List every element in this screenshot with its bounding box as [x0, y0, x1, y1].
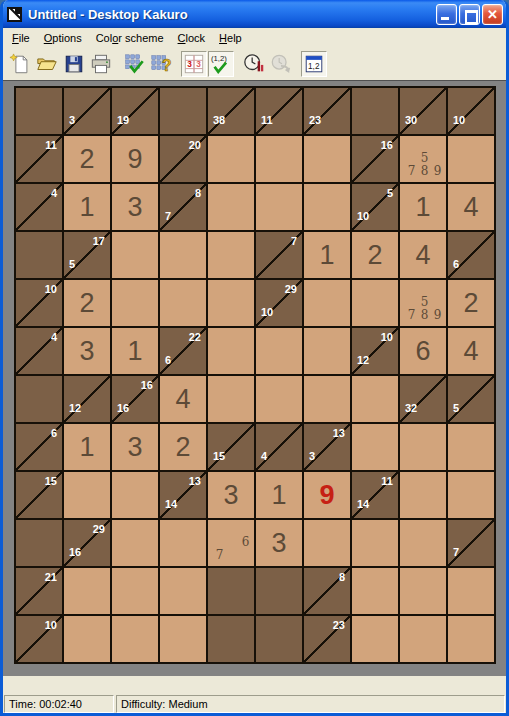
cell-r2c5[interactable]	[207, 135, 255, 183]
cell-r3c5[interactable]	[207, 183, 255, 231]
cell-r12c5	[207, 615, 255, 663]
check-pencil-marks-icon: (1,2)	[210, 53, 232, 75]
cell-r2c7[interactable]	[303, 135, 351, 183]
pencil-mark: 6	[239, 536, 252, 549]
cell-r9c5[interactable]: 3	[207, 471, 255, 519]
cell-r7c3: 1616	[111, 375, 159, 423]
across-clue: 16	[141, 380, 153, 391]
across-clue: 13	[189, 476, 201, 487]
open-button[interactable]	[34, 51, 60, 77]
cell-r3c1: 4	[15, 183, 63, 231]
across-clue: 5	[387, 188, 393, 199]
entry-digit: 6	[415, 338, 430, 365]
cell-r5c5[interactable]	[207, 279, 255, 327]
pencil-mark: 8	[418, 165, 431, 178]
entry-digit: 2	[79, 146, 94, 173]
cell-r9c9[interactable]	[399, 471, 447, 519]
cell-r8c9[interactable]	[399, 423, 447, 471]
print-icon	[90, 53, 112, 75]
hint-button[interactable]: ?	[148, 51, 174, 77]
across-clue: 10	[381, 332, 393, 343]
down-clue: 5	[69, 259, 75, 270]
entry-digit: 4	[463, 194, 478, 221]
down-clue: 30	[405, 115, 417, 126]
cell-r6c10[interactable]: 4	[447, 327, 495, 375]
clock-reset-button	[268, 51, 294, 77]
cell-r5c4[interactable]	[159, 279, 207, 327]
pencil-mark: 9	[431, 309, 444, 322]
across-clue: 4	[51, 332, 57, 343]
cell-r5c2[interactable]: 2	[63, 279, 111, 327]
cell-r8c5: 15	[207, 423, 255, 471]
pencil-mark: 8	[418, 309, 431, 322]
cell-r4c6: 7	[255, 231, 303, 279]
across-clue: 15	[45, 476, 57, 487]
close-button[interactable]	[482, 4, 503, 25]
cell-r1c9: 30	[399, 87, 447, 135]
save-icon	[63, 53, 85, 75]
across-clue: 11	[381, 476, 393, 487]
across-clue: 21	[45, 572, 57, 583]
cell-r7c9: 32	[399, 375, 447, 423]
cell-r1c10: 10	[447, 87, 495, 135]
cell-r6c6[interactable]	[255, 327, 303, 375]
cell-r7c10: 5	[447, 375, 495, 423]
toolbar: ?33(1,2)1,2	[3, 47, 506, 80]
menu-help[interactable]: Help	[212, 30, 249, 46]
cell-r11c10[interactable]	[447, 567, 495, 615]
cell-r8c10[interactable]	[447, 423, 495, 471]
cell-r9c6[interactable]: 1	[255, 471, 303, 519]
entry-digit: 2	[175, 434, 190, 461]
entry-digit: 4	[415, 242, 430, 269]
cell-r10c3[interactable]	[111, 519, 159, 567]
cell-r11c5	[207, 567, 255, 615]
svg-text:?: ?	[162, 57, 172, 74]
down-clue: 32	[405, 403, 417, 414]
check-puzzle-icon	[123, 53, 145, 75]
cell-r7c5[interactable]	[207, 375, 255, 423]
cell-r10c7[interactable]	[303, 519, 351, 567]
entry-digit: 2	[79, 290, 94, 317]
cell-r4c9[interactable]: 4	[399, 231, 447, 279]
pencil-mark: 9	[431, 165, 444, 178]
clock-reset-icon	[270, 53, 292, 75]
across-clue: 22	[189, 332, 201, 343]
cell-r9c8: 1114	[351, 471, 399, 519]
svg-text:1,2: 1,2	[308, 62, 320, 71]
show-wrong-entries-icon: 33	[183, 53, 205, 75]
pencil-mark: 7	[405, 309, 418, 322]
cell-r12c7: 23	[303, 615, 351, 663]
check-puzzle-button[interactable]	[121, 51, 147, 77]
down-clue: 10	[453, 115, 465, 126]
show-pencil-marks-button[interactable]: 1,2	[301, 51, 327, 77]
across-clue: 7	[291, 236, 297, 247]
cell-r2c1: 11	[15, 135, 63, 183]
cell-r9c10[interactable]	[447, 471, 495, 519]
new-button[interactable]	[7, 51, 33, 77]
cell-r10c4[interactable]	[159, 519, 207, 567]
cell-r2c8: 16	[351, 135, 399, 183]
cell-r1c5: 38	[207, 87, 255, 135]
cell-r5c9[interactable]: 5789	[399, 279, 447, 327]
entry-digit: 2	[367, 242, 382, 269]
maximize-button[interactable]	[459, 4, 480, 25]
across-clue: 8	[339, 572, 345, 583]
cell-r4c4[interactable]	[159, 231, 207, 279]
down-clue: 12	[69, 403, 81, 414]
cell-r10c6[interactable]: 3	[255, 519, 303, 567]
cell-r3c3[interactable]: 3	[111, 183, 159, 231]
cell-r1c3: 19	[111, 87, 159, 135]
clock-button[interactable]	[241, 51, 267, 77]
down-clue: 11	[261, 115, 273, 126]
entry-digit: 2	[463, 290, 478, 317]
cell-r3c10[interactable]: 4	[447, 183, 495, 231]
entry-digit: 1	[79, 434, 94, 461]
cell-r6c4: 226	[159, 327, 207, 375]
entry-digit: 4	[175, 386, 190, 413]
window-title: Untitled - Desktop Kakuro	[28, 7, 436, 22]
statusbar-spacer	[3, 676, 506, 695]
across-clue: 20	[189, 140, 201, 151]
cell-r11c8[interactable]	[351, 567, 399, 615]
cell-r5c6: 2910	[255, 279, 303, 327]
cell-r12c10[interactable]	[447, 615, 495, 663]
cell-r8c3[interactable]: 3	[111, 423, 159, 471]
statusbar: Time: 00:02:40 Difficulty: Medium	[3, 695, 506, 713]
cell-r2c10[interactable]	[447, 135, 495, 183]
menu-clock[interactable]: Clock	[171, 30, 213, 46]
entry-digit: 1	[127, 338, 142, 365]
cell-r3c7[interactable]	[303, 183, 351, 231]
cell-r1c2: 3	[63, 87, 111, 135]
cell-r12c3[interactable]	[111, 615, 159, 663]
menu-color-scheme[interactable]: Color scheme	[89, 30, 171, 46]
board-frame: 3193811233010112920165789413875101417571…	[3, 80, 506, 676]
cell-r10c5[interactable]: 67	[207, 519, 255, 567]
cell-r7c4[interactable]: 4	[159, 375, 207, 423]
show-pencil-marks-icon: 1,2	[303, 53, 325, 75]
across-clue: 8	[195, 188, 201, 199]
down-clue: 12	[357, 355, 369, 366]
cell-r3c4: 87	[159, 183, 207, 231]
down-clue: 7	[453, 547, 459, 558]
cell-r10c2: 2916	[63, 519, 111, 567]
cell-r11c1: 21	[15, 567, 63, 615]
cell-r4c8[interactable]: 2	[351, 231, 399, 279]
cell-r1c7: 23	[303, 87, 351, 135]
across-clue: 16	[381, 140, 393, 151]
down-clue: 5	[453, 403, 459, 414]
cell-r6c5[interactable]	[207, 327, 255, 375]
across-clue: 4	[51, 188, 57, 199]
pencil-mark: 7	[405, 165, 418, 178]
cell-r11c4[interactable]	[159, 567, 207, 615]
cell-r9c2[interactable]	[63, 471, 111, 519]
cell-r9c7[interactable]: 9	[303, 471, 351, 519]
down-clue: 14	[357, 499, 369, 510]
down-clue: 16	[117, 403, 129, 414]
entry-digit: 3	[271, 530, 286, 557]
cell-r7c1	[15, 375, 63, 423]
cell-r12c1: 10	[15, 615, 63, 663]
cell-r12c8[interactable]	[351, 615, 399, 663]
cell-r1c1	[15, 87, 63, 135]
cell-r8c7: 133	[303, 423, 351, 471]
entry-digit: 4	[463, 338, 478, 365]
across-clue: 10	[45, 284, 57, 295]
cell-r10c1	[15, 519, 63, 567]
entry-digit: 3	[127, 434, 142, 461]
cell-r6c8: 1012	[351, 327, 399, 375]
cell-r4c3[interactable]	[111, 231, 159, 279]
cell-r3c2[interactable]: 1	[63, 183, 111, 231]
cell-r2c3[interactable]: 9	[111, 135, 159, 183]
kakuro-board: 3193811233010112920165789413875101417571…	[14, 86, 496, 664]
down-clue: 10	[261, 307, 273, 318]
app-window: Untitled - Desktop Kakuro FileOptionsCol…	[0, 0, 509, 716]
new-icon	[9, 53, 31, 75]
entry-digit: 3	[223, 482, 238, 509]
cell-r6c1: 4	[15, 327, 63, 375]
cell-r3c8: 510	[351, 183, 399, 231]
entry-digit: 1	[79, 194, 94, 221]
cell-r4c7[interactable]: 1	[303, 231, 351, 279]
save-button[interactable]	[61, 51, 87, 77]
down-clue: 6	[453, 259, 459, 270]
cell-r9c3[interactable]	[111, 471, 159, 519]
cell-r3c9[interactable]: 1	[399, 183, 447, 231]
cell-r6c9[interactable]: 6	[399, 327, 447, 375]
entry-digit: 3	[127, 194, 142, 221]
cell-r7c2: 12	[63, 375, 111, 423]
down-clue: 6	[165, 355, 171, 366]
cell-r8c4[interactable]: 2	[159, 423, 207, 471]
down-clue: 4	[261, 451, 267, 462]
cell-r6c7[interactable]	[303, 327, 351, 375]
down-clue: 14	[165, 499, 177, 510]
cell-r8c2[interactable]: 1	[63, 423, 111, 471]
across-clue: 17	[93, 236, 105, 247]
cell-r11c6	[255, 567, 303, 615]
cell-r7c8[interactable]	[351, 375, 399, 423]
clock-icon	[243, 53, 265, 75]
cell-r11c9[interactable]	[399, 567, 447, 615]
cell-r7c6[interactable]	[255, 375, 303, 423]
across-clue: 29	[93, 524, 105, 535]
cell-r5c10[interactable]: 2	[447, 279, 495, 327]
cell-r1c8	[351, 87, 399, 135]
cell-r8c6: 4	[255, 423, 303, 471]
across-clue: 10	[45, 620, 57, 631]
hint-icon: ?	[150, 53, 172, 75]
cell-r2c4: 20	[159, 135, 207, 183]
window-buttons	[436, 4, 503, 25]
cell-r1c6: 11	[255, 87, 303, 135]
cell-r11c2[interactable]	[63, 567, 111, 615]
across-clue: 23	[333, 620, 345, 631]
cell-r4c10: 6	[447, 231, 495, 279]
pencil-mark: 7	[213, 549, 226, 562]
cell-r10c8[interactable]	[351, 519, 399, 567]
entry-digit: 9	[127, 146, 142, 173]
down-clue: 10	[357, 211, 369, 222]
check-pencil-marks-button[interactable]: (1,2)	[208, 51, 234, 77]
cell-r4c5[interactable]	[207, 231, 255, 279]
entry-digit: 3	[79, 338, 94, 365]
across-clue: 11	[45, 140, 57, 151]
minimize-button[interactable]	[436, 4, 457, 25]
menubar: FileOptionsColor schemeClockHelp	[3, 28, 506, 47]
down-clue: 23	[309, 115, 321, 126]
cell-r10c10: 7	[447, 519, 495, 567]
svg-text:3: 3	[187, 60, 192, 69]
across-clue: 13	[333, 428, 345, 439]
cell-r6c3[interactable]: 1	[111, 327, 159, 375]
cell-r12c4[interactable]	[159, 615, 207, 663]
cell-r8c1: 6	[15, 423, 63, 471]
down-clue: 3	[309, 451, 315, 462]
cell-r5c3[interactable]	[111, 279, 159, 327]
entry-digit: 1	[415, 194, 430, 221]
app-icon	[7, 7, 22, 22]
cell-r9c1: 15	[15, 471, 63, 519]
cell-r12c9[interactable]	[399, 615, 447, 663]
down-clue: 15	[213, 451, 225, 462]
cell-r2c9[interactable]: 5789	[399, 135, 447, 183]
down-clue: 16	[69, 547, 81, 558]
cell-r12c6	[255, 615, 303, 663]
cell-r5c1: 10	[15, 279, 63, 327]
across-clue: 6	[51, 428, 57, 439]
open-icon	[36, 53, 58, 75]
status-time: Time: 00:02:40	[4, 695, 114, 713]
entry-digit-wrong: 9	[319, 482, 334, 509]
cell-r12c2[interactable]	[63, 615, 111, 663]
entry-digit: 1	[271, 482, 286, 509]
cell-r7c7[interactable]	[303, 375, 351, 423]
cell-r4c1	[15, 231, 63, 279]
down-clue: 7	[165, 211, 171, 222]
menu-file[interactable]: File	[5, 30, 37, 46]
cell-r5c8[interactable]	[351, 279, 399, 327]
cell-r11c3[interactable]	[111, 567, 159, 615]
down-clue: 3	[69, 115, 75, 126]
titlebar: Untitled - Desktop Kakuro	[0, 0, 509, 28]
cell-r2c2[interactable]: 2	[63, 135, 111, 183]
cell-r3c6[interactable]	[255, 183, 303, 231]
show-wrong-entries-button[interactable]: 33	[181, 51, 207, 77]
status-difficulty: Difficulty: Medium	[116, 695, 505, 713]
cell-r11c7: 8	[303, 567, 351, 615]
across-clue: 29	[285, 284, 297, 295]
print-button[interactable]	[88, 51, 114, 77]
entry-digit: 1	[319, 242, 334, 269]
svg-text:3: 3	[196, 60, 201, 69]
cell-r9c4: 1314	[159, 471, 207, 519]
cell-r6c2[interactable]: 3	[63, 327, 111, 375]
cell-r8c8[interactable]	[351, 423, 399, 471]
cell-r5c7[interactable]	[303, 279, 351, 327]
cell-r10c9[interactable]	[399, 519, 447, 567]
cell-r2c6[interactable]	[255, 135, 303, 183]
down-clue: 38	[213, 115, 225, 126]
cell-r1c4	[159, 87, 207, 135]
menu-options[interactable]: Options	[37, 30, 89, 46]
cell-r4c2: 175	[63, 231, 111, 279]
down-clue: 19	[117, 115, 129, 126]
